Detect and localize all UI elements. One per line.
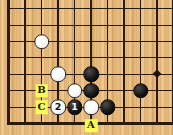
white-stone-E3	[67, 83, 83, 99]
white-stone-D2-move-2: 2	[50, 99, 66, 115]
black-stone-F3	[83, 83, 99, 99]
grid-line-horizontal	[7, 57, 173, 58]
hoshi-star-point	[152, 70, 161, 79]
white-stone-F2	[83, 99, 99, 115]
white-stone-C6	[34, 34, 50, 50]
grid-line-horizontal	[7, 41, 173, 42]
black-stone-G2	[100, 99, 116, 115]
black-stone-E2-move-1: 1	[67, 99, 83, 115]
point-label-C-C2: C	[35, 100, 48, 114]
white-stone-D4	[50, 67, 66, 83]
go-board-diagram: 21ABC	[0, 0, 173, 135]
black-stone-J3	[133, 83, 149, 99]
point-label-A-F1: A	[85, 119, 98, 133]
point-label-B-C3: B	[35, 84, 48, 98]
black-stone-F4	[83, 67, 99, 83]
grid-line-horizontal	[7, 8, 173, 9]
grid-line-horizontal	[7, 25, 173, 26]
goban: 21ABC	[0, 0, 173, 135]
